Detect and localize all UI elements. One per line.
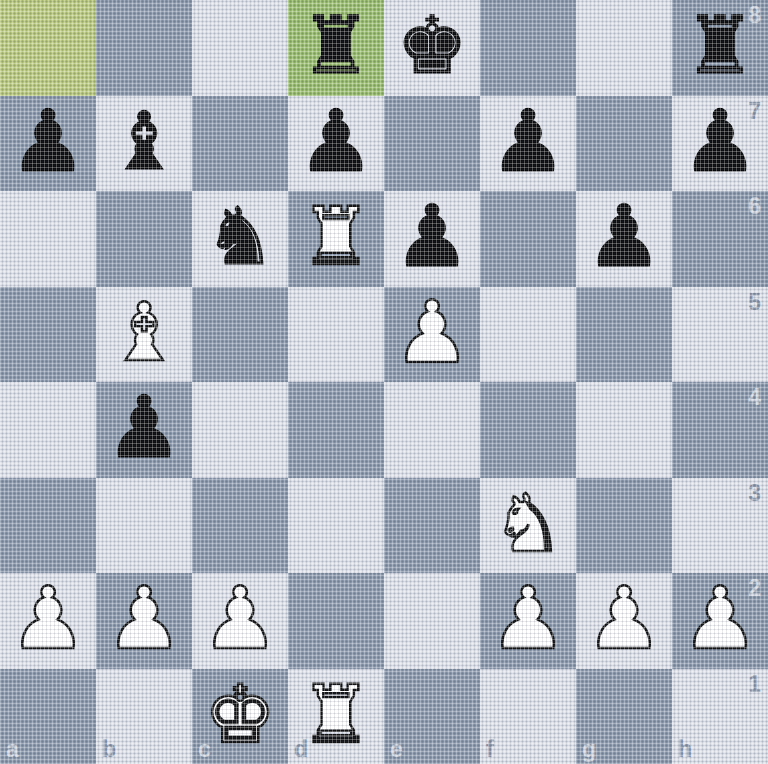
square-h3[interactable]: 3: [672, 478, 768, 574]
black-knight[interactable]: ♞: [204, 191, 276, 285]
square-c2[interactable]: ♟: [192, 573, 288, 669]
square-b3[interactable]: [96, 478, 192, 574]
white-pawn[interactable]: ♟: [585, 573, 662, 667]
square-b7[interactable]: ♝: [96, 96, 192, 192]
rank-label-7: 7: [748, 98, 761, 125]
square-e2[interactable]: [384, 573, 480, 669]
file-label-g: g: [582, 736, 596, 763]
square-f5[interactable]: [480, 287, 576, 383]
file-label-h: h: [678, 736, 692, 763]
square-g4[interactable]: [576, 382, 672, 478]
square-c7[interactable]: [192, 96, 288, 192]
square-f6[interactable]: [480, 191, 576, 287]
square-b1[interactable]: b: [96, 669, 192, 764]
black-bishop[interactable]: ♝: [108, 96, 180, 190]
square-g1[interactable]: g: [576, 669, 672, 764]
square-b5[interactable]: ♝: [96, 287, 192, 383]
square-c5[interactable]: [192, 287, 288, 383]
square-c6[interactable]: ♞: [192, 191, 288, 287]
square-h2[interactable]: 2♟: [672, 573, 768, 669]
square-d2[interactable]: [288, 573, 384, 669]
square-b8[interactable]: [96, 0, 192, 96]
square-h1[interactable]: 1h: [672, 669, 768, 764]
square-c8[interactable]: [192, 0, 288, 96]
square-a3[interactable]: [0, 478, 96, 574]
square-a7[interactable]: ♟: [0, 96, 96, 192]
square-f2[interactable]: ♟: [480, 573, 576, 669]
file-label-a: a: [6, 736, 19, 763]
square-e7[interactable]: [384, 96, 480, 192]
square-g3[interactable]: [576, 478, 672, 574]
square-d3[interactable]: [288, 478, 384, 574]
black-pawn[interactable]: ♟: [681, 96, 758, 190]
black-rook[interactable]: ♜: [300, 0, 372, 94]
rank-label-6: 6: [748, 193, 761, 220]
chess-board: ♜♚8♜♟♝♟♟7♟♞♜♟♟6♝♟5♟4♞3♟♟♟♟♟2♟abc♚d♜efg1h: [0, 0, 768, 764]
square-h7[interactable]: 7♟: [672, 96, 768, 192]
square-e5[interactable]: ♟: [384, 287, 480, 383]
square-b6[interactable]: [96, 191, 192, 287]
square-b4[interactable]: ♟: [96, 382, 192, 478]
square-h4[interactable]: 4: [672, 382, 768, 478]
white-rook[interactable]: ♜: [300, 669, 372, 763]
square-d6[interactable]: ♜: [288, 191, 384, 287]
square-e8[interactable]: ♚: [384, 0, 480, 96]
black-pawn[interactable]: ♟: [489, 96, 566, 190]
square-f1[interactable]: f: [480, 669, 576, 764]
square-a2[interactable]: ♟: [0, 573, 96, 669]
square-e6[interactable]: ♟: [384, 191, 480, 287]
square-h8[interactable]: 8♜: [672, 0, 768, 96]
rank-label-4: 4: [748, 384, 761, 411]
black-pawn[interactable]: ♟: [297, 96, 374, 190]
square-c1[interactable]: c♚: [192, 669, 288, 764]
white-pawn[interactable]: ♟: [681, 573, 758, 667]
square-f3[interactable]: ♞: [480, 478, 576, 574]
black-pawn[interactable]: ♟: [393, 191, 470, 285]
square-a4[interactable]: [0, 382, 96, 478]
white-bishop[interactable]: ♝: [108, 287, 180, 381]
square-a1[interactable]: a: [0, 669, 96, 764]
white-knight[interactable]: ♞: [492, 478, 564, 572]
square-f4[interactable]: [480, 382, 576, 478]
file-label-b: b: [102, 736, 116, 763]
square-a5[interactable]: [0, 287, 96, 383]
rank-label-1: 1: [748, 671, 761, 698]
square-d7[interactable]: ♟: [288, 96, 384, 192]
square-g8[interactable]: [576, 0, 672, 96]
square-c4[interactable]: [192, 382, 288, 478]
rank-label-3: 3: [748, 480, 761, 507]
square-f8[interactable]: [480, 0, 576, 96]
square-b2[interactable]: ♟: [96, 573, 192, 669]
black-king[interactable]: ♚: [396, 0, 468, 94]
white-pawn[interactable]: ♟: [9, 573, 86, 667]
square-d5[interactable]: [288, 287, 384, 383]
file-label-d: d: [294, 736, 308, 763]
rank-label-2: 2: [748, 575, 761, 602]
square-e3[interactable]: [384, 478, 480, 574]
square-c3[interactable]: [192, 478, 288, 574]
square-e1[interactable]: e: [384, 669, 480, 764]
white-king[interactable]: ♚: [204, 669, 276, 763]
white-pawn[interactable]: ♟: [105, 573, 182, 667]
file-label-e: e: [390, 736, 403, 763]
square-h5[interactable]: 5: [672, 287, 768, 383]
rank-label-5: 5: [748, 289, 761, 316]
black-pawn[interactable]: ♟: [9, 96, 86, 190]
square-g7[interactable]: [576, 96, 672, 192]
white-pawn[interactable]: ♟: [201, 573, 278, 667]
white-pawn[interactable]: ♟: [393, 287, 470, 381]
square-d4[interactable]: [288, 382, 384, 478]
square-e4[interactable]: [384, 382, 480, 478]
square-a8[interactable]: [0, 0, 96, 96]
square-d8[interactable]: ♜: [288, 0, 384, 96]
file-label-c: c: [198, 736, 211, 763]
rank-label-8: 8: [748, 2, 761, 29]
square-a6[interactable]: [0, 191, 96, 287]
square-g2[interactable]: ♟: [576, 573, 672, 669]
square-g5[interactable]: [576, 287, 672, 383]
white-pawn[interactable]: ♟: [489, 573, 566, 667]
square-g6[interactable]: ♟: [576, 191, 672, 287]
square-h6[interactable]: 6: [672, 191, 768, 287]
black-pawn[interactable]: ♟: [585, 191, 662, 285]
black-rook[interactable]: ♜: [684, 0, 756, 94]
file-label-f: f: [486, 736, 494, 763]
square-f7[interactable]: ♟: [480, 96, 576, 192]
black-pawn[interactable]: ♟: [105, 382, 182, 476]
white-rook[interactable]: ♜: [300, 191, 372, 285]
square-d1[interactable]: d♜: [288, 669, 384, 764]
